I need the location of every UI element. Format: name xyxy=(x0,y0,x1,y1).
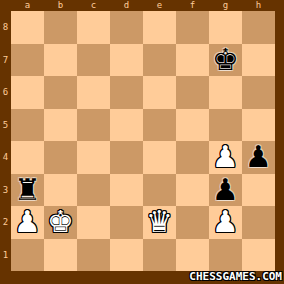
file-label-h: h xyxy=(242,0,275,11)
square-f5[interactable] xyxy=(176,109,209,142)
square-a5[interactable] xyxy=(11,109,44,142)
square-f3[interactable] xyxy=(176,174,209,207)
square-b7[interactable] xyxy=(44,44,77,77)
square-g3[interactable]: ♟ xyxy=(209,174,242,207)
file-labels: abcdefgh xyxy=(11,0,275,11)
square-h8[interactable] xyxy=(242,11,275,44)
square-a4[interactable] xyxy=(11,141,44,174)
rank-label-4: 4 xyxy=(0,141,11,174)
piece-black-rook-a3[interactable]: ♜ xyxy=(14,175,41,205)
square-e4[interactable] xyxy=(143,141,176,174)
square-h2[interactable] xyxy=(242,206,275,239)
file-label-e: e xyxy=(143,0,176,11)
file-label-g: g xyxy=(209,0,242,11)
square-e1[interactable] xyxy=(143,239,176,272)
square-c1[interactable] xyxy=(77,239,110,272)
square-f4[interactable] xyxy=(176,141,209,174)
piece-black-pawn-g3[interactable]: ♟ xyxy=(212,175,239,205)
square-e7[interactable] xyxy=(143,44,176,77)
piece-white-pawn-g2[interactable]: ♟ xyxy=(212,207,239,237)
rank-label-6: 6 xyxy=(0,76,11,109)
square-d4[interactable] xyxy=(110,141,143,174)
square-c7[interactable] xyxy=(77,44,110,77)
square-d8[interactable] xyxy=(110,11,143,44)
square-d3[interactable] xyxy=(110,174,143,207)
square-g6[interactable] xyxy=(209,76,242,109)
square-d6[interactable] xyxy=(110,76,143,109)
rank-label-3: 3 xyxy=(0,174,11,207)
piece-white-pawn-g4[interactable]: ♟ xyxy=(212,142,239,172)
square-b8[interactable] xyxy=(44,11,77,44)
piece-black-pawn-h4[interactable]: ♟ xyxy=(245,142,272,172)
square-c5[interactable] xyxy=(77,109,110,142)
square-b3[interactable] xyxy=(44,174,77,207)
square-g7[interactable]: ♚ xyxy=(209,44,242,77)
square-a6[interactable] xyxy=(11,76,44,109)
watermark: CHESSGAMES.COM xyxy=(189,270,282,283)
square-e5[interactable] xyxy=(143,109,176,142)
square-g1[interactable] xyxy=(209,239,242,272)
square-f7[interactable] xyxy=(176,44,209,77)
rank-labels: 87654321 xyxy=(0,11,11,271)
file-label-a: a xyxy=(11,0,44,11)
file-label-c: c xyxy=(77,0,110,11)
file-label-d: d xyxy=(110,0,143,11)
file-label-b: b xyxy=(44,0,77,11)
rank-label-2: 2 xyxy=(0,206,11,239)
square-e3[interactable] xyxy=(143,174,176,207)
square-d1[interactable] xyxy=(110,239,143,272)
square-h4[interactable]: ♟ xyxy=(242,141,275,174)
chess-board: ♚♟♟♜♟♟♚♛♟ xyxy=(11,11,275,271)
square-g5[interactable] xyxy=(209,109,242,142)
square-h1[interactable] xyxy=(242,239,275,272)
chess-diagram: abcdefgh 87654321 ♚♟♟♜♟♟♚♛♟ CHESSGAMES.C… xyxy=(0,0,284,284)
square-h5[interactable] xyxy=(242,109,275,142)
square-f6[interactable] xyxy=(176,76,209,109)
square-b1[interactable] xyxy=(44,239,77,272)
square-g4[interactable]: ♟ xyxy=(209,141,242,174)
piece-black-king-g7[interactable]: ♚ xyxy=(212,45,239,75)
square-d5[interactable] xyxy=(110,109,143,142)
rank-label-8: 8 xyxy=(0,11,11,44)
square-b6[interactable] xyxy=(44,76,77,109)
square-d2[interactable] xyxy=(110,206,143,239)
rank-label-7: 7 xyxy=(0,44,11,77)
square-c4[interactable] xyxy=(77,141,110,174)
square-b5[interactable] xyxy=(44,109,77,142)
square-e8[interactable] xyxy=(143,11,176,44)
square-h3[interactable] xyxy=(242,174,275,207)
rank-label-1: 1 xyxy=(0,239,11,272)
square-g8[interactable] xyxy=(209,11,242,44)
piece-white-king-b2[interactable]: ♚ xyxy=(47,207,74,237)
square-a2[interactable]: ♟ xyxy=(11,206,44,239)
square-d7[interactable] xyxy=(110,44,143,77)
file-label-f: f xyxy=(176,0,209,11)
square-f1[interactable] xyxy=(176,239,209,272)
rank-label-5: 5 xyxy=(0,109,11,142)
square-c6[interactable] xyxy=(77,76,110,109)
square-e2[interactable]: ♛ xyxy=(143,206,176,239)
square-c8[interactable] xyxy=(77,11,110,44)
square-a7[interactable] xyxy=(11,44,44,77)
square-g2[interactable]: ♟ xyxy=(209,206,242,239)
square-a8[interactable] xyxy=(11,11,44,44)
square-e6[interactable] xyxy=(143,76,176,109)
square-c2[interactable] xyxy=(77,206,110,239)
square-b4[interactable] xyxy=(44,141,77,174)
square-a3[interactable]: ♜ xyxy=(11,174,44,207)
piece-white-pawn-a2[interactable]: ♟ xyxy=(14,207,41,237)
square-f2[interactable] xyxy=(176,206,209,239)
square-c3[interactable] xyxy=(77,174,110,207)
square-a1[interactable] xyxy=(11,239,44,272)
square-h6[interactable] xyxy=(242,76,275,109)
square-f8[interactable] xyxy=(176,11,209,44)
piece-white-queen-e2[interactable]: ♛ xyxy=(146,207,173,237)
square-b2[interactable]: ♚ xyxy=(44,206,77,239)
square-h7[interactable] xyxy=(242,44,275,77)
